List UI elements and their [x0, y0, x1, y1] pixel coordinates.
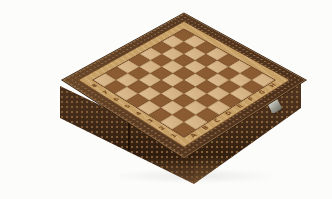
board-perspective-wrapper: ♜♞♝♛♚♝♞♜♟♟♟♟♟♟♟♟♟♟♟♟♟♟♟♟♟♜♞♝♛♚♝♞♜ ABCDEF… [0, 0, 332, 199]
rank-label: 5 [118, 101, 138, 113]
rank-label: 7 [96, 87, 115, 99]
chess-board: ♜♞♝♛♚♝♞♜♟♟♟♟♟♟♟♟♟♟♟♟♟♟♟♟♟♜♞♝♛♚♝♞♜ [93, 29, 274, 137]
board-margin: ♜♞♝♛♚♝♞♜♟♟♟♟♟♟♟♟♟♟♟♟♟♟♟♟♟♜♞♝♛♚♝♞♜ ABCDEF… [78, 21, 290, 147]
chess-box-top: ♜♞♝♛♚♝♞♜♟♟♟♟♟♟♟♟♟♟♟♟♟♟♟♟♟♜♞♝♛♚♝♞♜ ABCDEF… [62, 13, 305, 158]
board-square [139, 73, 162, 86]
board-square: ♜ [172, 122, 196, 137]
rank-label: 8 [85, 80, 104, 91]
product-photo-scene: ♜♞♝♛♚♝♞♜♟♟♟♟♟♟♟♟♟♟♟♟♟♟♟♟♟♜♞♝♛♚♝♞♜ ABCDEF… [0, 0, 332, 199]
